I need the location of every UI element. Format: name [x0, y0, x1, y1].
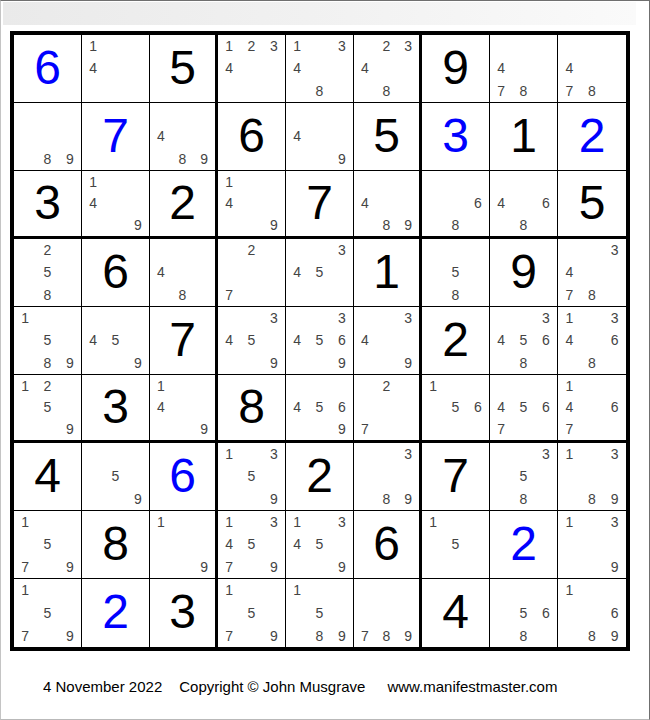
- pencil-mark-1: 1: [422, 375, 444, 397]
- pencil-empty: [127, 443, 149, 465]
- pencil-mark-7: 7: [218, 556, 240, 578]
- pencil-marks: 4569: [286, 375, 353, 440]
- pencil-empty: [490, 375, 512, 397]
- pencil-mark-5: 5: [36, 261, 58, 283]
- sudoku-cell-r8c6[interactable]: 6: [354, 511, 422, 579]
- pencil-empty: [535, 624, 557, 647]
- pencil-mark-4: 4: [490, 193, 512, 215]
- pencil-empty: [422, 556, 444, 578]
- pencil-empty: [397, 418, 419, 440]
- pencil-empty: [558, 239, 581, 261]
- pencil-marks: 19: [150, 511, 215, 578]
- sudoku-cell-r2c8[interactable]: 1: [490, 103, 558, 171]
- pencil-mark-7: 7: [558, 80, 581, 102]
- sudoku-cell-r7c5[interactable]: 2: [286, 443, 354, 511]
- pencil-empty: [603, 284, 626, 306]
- pencil-empty: [263, 602, 285, 625]
- sudoku-cell-r7c6[interactable]: 389: [354, 443, 422, 511]
- pencil-empty: [558, 488, 581, 510]
- pencil-empty: [308, 375, 330, 397]
- pencil-mark-9: 9: [397, 214, 419, 236]
- pencil-mark-1: 1: [14, 375, 36, 397]
- pencil-empty: [104, 57, 126, 79]
- pencil-empty: [104, 443, 126, 465]
- pencil-marks: 27: [218, 239, 285, 306]
- footer-copyright: Copyright © John Musgrave: [179, 678, 365, 695]
- pencil-empty: [36, 418, 58, 440]
- pencil-marks: 14: [82, 35, 149, 102]
- sudoku-cell-r6c9[interactable]: 1467: [558, 375, 626, 443]
- pencil-mark-8: 8: [172, 284, 194, 306]
- pencil-empty: [422, 214, 444, 236]
- pencil-empty: [104, 171, 126, 193]
- pencil-empty: [82, 214, 104, 236]
- pencil-empty: [193, 103, 215, 125]
- sudoku-cell-r6c8[interactable]: 4567: [490, 375, 558, 443]
- sudoku-cell-r2c7[interactable]: 3: [422, 103, 490, 171]
- pencil-marks: 139: [558, 511, 626, 578]
- sudoku-cell-r1c3[interactable]: 5: [150, 35, 218, 103]
- sudoku-cell-r2c4[interactable]: 6: [218, 103, 286, 171]
- pencil-empty: [240, 556, 262, 578]
- pencil-empty: [14, 125, 36, 147]
- pencil-marks: 789: [354, 579, 419, 647]
- pencil-empty: [150, 533, 172, 555]
- pencil-empty: [286, 418, 308, 440]
- pencil-empty: [331, 602, 353, 625]
- pencil-mark-9: 9: [331, 148, 353, 170]
- solved-digit: 3: [442, 112, 469, 160]
- sudoku-cell-r9c3[interactable]: 3: [150, 579, 218, 647]
- pencil-empty: [240, 214, 262, 236]
- pencil-empty: [59, 533, 81, 555]
- pencil-empty: [444, 511, 466, 533]
- pencil-empty: [172, 103, 194, 125]
- pencil-empty: [467, 556, 489, 578]
- sudoku-cell-r5c9[interactable]: 13468: [558, 307, 626, 375]
- sudoku-cell-r1c1[interactable]: 6: [14, 35, 82, 103]
- sudoku-cell-r8c1[interactable]: 1579: [14, 511, 82, 579]
- pencil-empty: [444, 556, 466, 578]
- pencil-empty: [467, 171, 489, 193]
- pencil-empty: [331, 284, 353, 306]
- given-digit: 3: [102, 383, 129, 431]
- pencil-mark-8: 8: [512, 352, 534, 374]
- pencil-empty: [354, 307, 376, 329]
- pencil-marks: 349: [354, 307, 419, 374]
- given-digit: 3: [34, 179, 61, 227]
- pencil-mark-1: 1: [150, 375, 172, 397]
- sudoku-cell-r7c3[interactable]: 6: [150, 443, 218, 511]
- pencil-empty: [286, 375, 308, 397]
- pencil-empty: [308, 352, 330, 374]
- pencil-empty: [422, 171, 444, 193]
- pencil-empty: [397, 171, 419, 193]
- pencil-empty: [354, 35, 376, 57]
- solved-digit: 7: [102, 112, 129, 160]
- sudoku-cell-r1c4[interactable]: 1234: [218, 35, 286, 103]
- sudoku-cell-r4c7[interactable]: 58: [422, 239, 490, 307]
- pencil-empty: [376, 57, 398, 79]
- pencil-marks: 1589: [286, 579, 353, 647]
- pencil-marks: 34569: [286, 307, 353, 374]
- pencil-empty: [535, 465, 557, 487]
- pencil-mark-8: 8: [376, 214, 398, 236]
- pencil-mark-4: 4: [490, 57, 512, 79]
- pencil-marks: 358: [490, 443, 557, 510]
- pencil-empty: [603, 579, 626, 602]
- pencil-empty: [240, 579, 262, 602]
- pencil-empty: [14, 329, 36, 351]
- pencil-mark-8: 8: [376, 624, 398, 647]
- pencil-mark-1: 1: [558, 443, 581, 465]
- sudoku-cell-r5c4[interactable]: 3459: [218, 307, 286, 375]
- pencil-mark-5: 5: [36, 533, 58, 555]
- pencil-empty: [308, 125, 330, 147]
- sudoku-cell-r9c2[interactable]: 2: [82, 579, 150, 647]
- pencil-mark-5: 5: [444, 261, 466, 283]
- pencil-empty: [558, 352, 581, 374]
- pencil-empty: [240, 171, 262, 193]
- pencil-empty: [308, 511, 330, 533]
- pencil-mark-9: 9: [59, 352, 81, 374]
- sudoku-cell-r8c4[interactable]: 134579: [218, 511, 286, 579]
- pencil-empty: [193, 533, 215, 555]
- sudoku-cell-r1c8[interactable]: 478: [490, 35, 558, 103]
- sudoku-cell-r8c7[interactable]: 15: [422, 511, 490, 579]
- pencil-empty: [59, 284, 81, 306]
- pencil-empty: [240, 193, 262, 215]
- sudoku-cell-r1c9[interactable]: 478: [558, 35, 626, 103]
- pencil-empty: [172, 397, 194, 419]
- pencil-empty: [286, 239, 308, 261]
- sudoku-cell-r9c9[interactable]: 1689: [558, 579, 626, 647]
- pencil-empty: [240, 443, 262, 465]
- pencil-empty: [490, 307, 512, 329]
- sudoku-cell-r7c7[interactable]: 7: [422, 443, 490, 511]
- pencil-empty: [172, 556, 194, 578]
- sudoku-cell-r6c2[interactable]: 3: [82, 375, 150, 443]
- pencil-mark-8: 8: [581, 624, 604, 647]
- screenshot-frame: 6145123413482348947847889748964953123149…: [0, 0, 650, 720]
- pencil-mark-1: 1: [286, 35, 308, 57]
- given-digit: 8: [102, 520, 129, 568]
- pencil-mark-3: 3: [263, 35, 285, 57]
- sudoku-cell-r6c1[interactable]: 1259: [14, 375, 82, 443]
- pencil-empty: [422, 533, 444, 555]
- sudoku-cell-r6c5[interactable]: 4569: [286, 375, 354, 443]
- pencil-mark-7: 7: [490, 418, 512, 440]
- pencil-mark-3: 3: [263, 511, 285, 533]
- pencil-empty: [512, 171, 534, 193]
- pencil-empty: [127, 80, 149, 102]
- pencil-empty: [263, 533, 285, 555]
- solved-digit: 2: [102, 588, 129, 636]
- pencil-empty: [603, 375, 626, 397]
- pencil-empty: [512, 35, 534, 57]
- pencil-mark-6: 6: [535, 193, 557, 215]
- sudoku-cell-r4c8[interactable]: 9: [490, 239, 558, 307]
- pencil-mark-7: 7: [490, 80, 512, 102]
- pencil-mark-5: 5: [308, 602, 330, 625]
- pencil-mark-9: 9: [263, 214, 285, 236]
- sudoku-cell-r8c5[interactable]: 13459: [286, 511, 354, 579]
- pencil-mark-8: 8: [308, 80, 330, 102]
- sudoku-cell-r8c9[interactable]: 139: [558, 511, 626, 579]
- sudoku-cell-r3c2[interactable]: 149: [82, 171, 150, 239]
- pencil-mark-4: 4: [82, 329, 104, 351]
- pencil-empty: [331, 57, 353, 79]
- sudoku-cell-r9c1[interactable]: 1579: [14, 579, 82, 647]
- sudoku-cell-r6c3[interactable]: 149: [150, 375, 218, 443]
- pencil-mark-9: 9: [603, 556, 626, 578]
- pencil-empty: [422, 261, 444, 283]
- pencil-empty: [218, 307, 240, 329]
- sudoku-cell-r1c5[interactable]: 1348: [286, 35, 354, 103]
- sudoku-cell-r4c6[interactable]: 1: [354, 239, 422, 307]
- pencil-empty: [512, 57, 534, 79]
- pencil-empty: [535, 57, 557, 79]
- pencil-mark-9: 9: [127, 488, 149, 510]
- sudoku-cell-r9c4[interactable]: 1579: [218, 579, 286, 647]
- pencil-empty: [104, 214, 126, 236]
- pencil-empty: [490, 624, 512, 647]
- sudoku-cell-r7c4[interactable]: 1359: [218, 443, 286, 511]
- given-digit: 6: [238, 112, 265, 160]
- pencil-marks: 68: [422, 171, 489, 236]
- sudoku-cell-r3c9[interactable]: 5: [558, 171, 626, 239]
- sudoku-cell-r3c1[interactable]: 3: [14, 171, 82, 239]
- pencil-empty: [14, 148, 36, 170]
- pencil-empty: [354, 465, 376, 487]
- sudoku-cell-r2c2[interactable]: 7: [82, 103, 150, 171]
- pencil-mark-4: 4: [218, 57, 240, 79]
- pencil-empty: [397, 465, 419, 487]
- pencil-mark-3: 3: [331, 239, 353, 261]
- pencil-empty: [422, 418, 444, 440]
- pencil-empty: [308, 556, 330, 578]
- sudoku-cell-r3c7[interactable]: 68: [422, 171, 490, 239]
- sudoku-cell-r4c9[interactable]: 3478: [558, 239, 626, 307]
- pencil-empty: [422, 239, 444, 261]
- pencil-empty: [354, 352, 376, 374]
- pencil-empty: [193, 397, 215, 419]
- pencil-mark-3: 3: [331, 307, 353, 329]
- sudoku-cell-r2c6[interactable]: 5: [354, 103, 422, 171]
- pencil-mark-7: 7: [558, 284, 581, 306]
- sudoku-cell-r7c8[interactable]: 358: [490, 443, 558, 511]
- pencil-mark-1: 1: [558, 307, 581, 329]
- sudoku-cell-r1c6[interactable]: 2348: [354, 35, 422, 103]
- pencil-mark-7: 7: [14, 556, 36, 578]
- pencil-empty: [218, 214, 240, 236]
- sudoku-cell-r6c4[interactable]: 8: [218, 375, 286, 443]
- pencil-empty: [354, 80, 376, 102]
- pencil-empty: [36, 511, 58, 533]
- pencil-mark-8: 8: [36, 284, 58, 306]
- pencil-mark-1: 1: [286, 511, 308, 533]
- pencil-empty: [581, 57, 604, 79]
- pencil-empty: [581, 35, 604, 57]
- sudoku-cell-r5c1[interactable]: 1589: [14, 307, 82, 375]
- sudoku-cell-r1c2[interactable]: 14: [82, 35, 150, 103]
- pencil-empty: [36, 103, 58, 125]
- pencil-mark-8: 8: [444, 284, 466, 306]
- pencil-empty: [193, 239, 215, 261]
- sudoku-cell-r7c1[interactable]: 4: [14, 443, 82, 511]
- pencil-mark-8: 8: [444, 214, 466, 236]
- pencil-empty: [263, 284, 285, 306]
- pencil-mark-7: 7: [14, 624, 36, 647]
- pencil-empty: [490, 352, 512, 374]
- pencil-empty: [512, 418, 534, 440]
- pencil-empty: [376, 193, 398, 215]
- sudoku-cell-r8c8[interactable]: 2: [490, 511, 558, 579]
- sudoku-cell-r5c3[interactable]: 7: [150, 307, 218, 375]
- pencil-marks: 3459: [218, 307, 285, 374]
- pencil-mark-4: 4: [354, 193, 376, 215]
- pencil-marks: 2348: [354, 35, 419, 102]
- pencil-empty: [581, 511, 604, 533]
- pencil-mark-7: 7: [218, 624, 240, 647]
- sudoku-cell-r9c6[interactable]: 789: [354, 579, 422, 647]
- pencil-empty: [490, 35, 512, 57]
- pencil-marks: 1579: [14, 511, 81, 578]
- pencil-empty: [14, 533, 36, 555]
- pencil-marks: 489: [150, 103, 215, 170]
- sudoku-cell-r3c6[interactable]: 489: [354, 171, 422, 239]
- sudoku-cell-r5c5[interactable]: 34569: [286, 307, 354, 375]
- pencil-marks: 489: [354, 171, 419, 236]
- sudoku-cell-r7c9[interactable]: 1389: [558, 443, 626, 511]
- pencil-mark-4: 4: [286, 125, 308, 147]
- pencil-mark-4: 4: [354, 329, 376, 351]
- pencil-empty: [82, 443, 104, 465]
- given-digit: 3: [169, 588, 196, 636]
- given-digit: 2: [306, 452, 333, 500]
- pencil-mark-1: 1: [14, 307, 36, 329]
- sudoku-cell-r4c1[interactable]: 258: [14, 239, 82, 307]
- pencil-mark-9: 9: [331, 556, 353, 578]
- pencil-empty: [14, 284, 36, 306]
- pencil-empty: [104, 488, 126, 510]
- solved-digit: 2: [579, 112, 606, 160]
- sudoku-cell-r6c6[interactable]: 27: [354, 375, 422, 443]
- pencil-mark-8: 8: [512, 80, 534, 102]
- pencil-empty: [82, 352, 104, 374]
- pencil-empty: [193, 284, 215, 306]
- pencil-empty: [490, 602, 512, 625]
- sudoku-cell-r4c2[interactable]: 6: [82, 239, 150, 307]
- pencil-empty: [444, 171, 466, 193]
- pencil-empty: [467, 284, 489, 306]
- pencil-empty: [581, 465, 604, 487]
- sudoku-cell-r3c8[interactable]: 468: [490, 171, 558, 239]
- pencil-empty: [581, 397, 604, 419]
- pencil-mark-8: 8: [581, 284, 604, 306]
- sudoku-cell-r1c7[interactable]: 9: [422, 35, 490, 103]
- footer-date: 4 November 2022: [43, 678, 162, 695]
- pencil-empty: [59, 239, 81, 261]
- pencil-mark-4: 4: [558, 261, 581, 283]
- pencil-mark-1: 1: [218, 171, 240, 193]
- sudoku-cell-r6c7[interactable]: 156: [422, 375, 490, 443]
- given-digit: 4: [34, 452, 61, 500]
- sudoku-cell-r3c5[interactable]: 7: [286, 171, 354, 239]
- pencil-mark-1: 1: [218, 511, 240, 533]
- pencil-empty: [150, 284, 172, 306]
- pencil-empty: [376, 307, 398, 329]
- sudoku-cell-r2c9[interactable]: 2: [558, 103, 626, 171]
- sudoku-cell-r5c8[interactable]: 34568: [490, 307, 558, 375]
- pencil-empty: [240, 511, 262, 533]
- pencil-empty: [581, 375, 604, 397]
- pencil-mark-5: 5: [104, 465, 126, 487]
- pencil-mark-4: 4: [150, 397, 172, 419]
- pencil-mark-1: 1: [82, 35, 104, 57]
- given-digit: 2: [169, 179, 196, 227]
- pencil-marks: 1259: [14, 375, 81, 440]
- pencil-empty: [467, 239, 489, 261]
- pencil-mark-9: 9: [263, 556, 285, 578]
- pencil-empty: [308, 307, 330, 329]
- pencil-empty: [376, 579, 398, 602]
- sudoku-cell-r4c5[interactable]: 345: [286, 239, 354, 307]
- pencil-mark-4: 4: [286, 261, 308, 283]
- pencil-marks: 59: [82, 443, 149, 510]
- pencil-marks: 478: [490, 35, 557, 102]
- pencil-mark-4: 4: [150, 261, 172, 283]
- pencil-empty: [581, 579, 604, 602]
- sudoku-cell-r2c3[interactable]: 489: [150, 103, 218, 171]
- pencil-empty: [14, 103, 36, 125]
- pencil-mark-9: 9: [603, 488, 626, 510]
- sudoku-cell-r5c2[interactable]: 459: [82, 307, 150, 375]
- pencil-mark-8: 8: [308, 624, 330, 647]
- sudoku-cell-r5c6[interactable]: 349: [354, 307, 422, 375]
- sudoku-cell-r8c3[interactable]: 19: [150, 511, 218, 579]
- sudoku-cell-r5c7[interactable]: 2: [422, 307, 490, 375]
- pencil-empty: [490, 214, 512, 236]
- pencil-empty: [397, 602, 419, 625]
- pencil-empty: [286, 352, 308, 374]
- sudoku-cell-r7c2[interactable]: 59: [82, 443, 150, 511]
- sudoku-cell-r9c7[interactable]: 4: [422, 579, 490, 647]
- pencil-empty: [376, 329, 398, 351]
- pencil-empty: [512, 307, 534, 329]
- given-digit: 7: [442, 452, 469, 500]
- sudoku-cell-r4c4[interactable]: 27: [218, 239, 286, 307]
- pencil-empty: [286, 148, 308, 170]
- sudoku-cell-r3c3[interactable]: 2: [150, 171, 218, 239]
- sudoku-cell-r8c2[interactable]: 8: [82, 511, 150, 579]
- pencil-empty: [172, 511, 194, 533]
- pencil-empty: [127, 35, 149, 57]
- pencil-mark-3: 3: [331, 511, 353, 533]
- sudoku-cell-r9c8[interactable]: 568: [490, 579, 558, 647]
- pencil-mark-8: 8: [36, 148, 58, 170]
- sudoku-cell-r9c5[interactable]: 1589: [286, 579, 354, 647]
- sudoku-cell-r2c1[interactable]: 89: [14, 103, 82, 171]
- pencil-empty: [397, 375, 419, 397]
- sudoku-cell-r4c3[interactable]: 48: [150, 239, 218, 307]
- pencil-empty: [36, 579, 58, 602]
- sudoku-cell-r2c5[interactable]: 49: [286, 103, 354, 171]
- pencil-empty: [263, 465, 285, 487]
- pencil-mark-5: 5: [36, 329, 58, 351]
- sudoku-cell-r3c4[interactable]: 149: [218, 171, 286, 239]
- given-digit: 5: [373, 112, 400, 160]
